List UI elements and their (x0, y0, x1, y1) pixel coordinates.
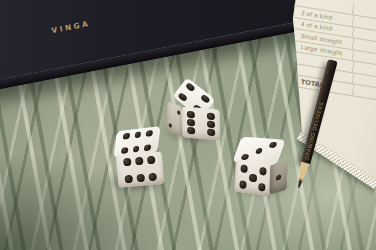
pip (133, 145, 140, 152)
pip (207, 120, 215, 128)
pip (187, 111, 195, 119)
pip (123, 158, 132, 167)
die-middle-left-face (167, 101, 183, 137)
pip (147, 156, 156, 165)
pip (121, 147, 128, 154)
pip (135, 157, 144, 166)
pip (255, 148, 263, 155)
pip (136, 174, 145, 183)
pip (269, 142, 277, 149)
pip (258, 183, 266, 192)
pip (134, 132, 141, 139)
pip (207, 112, 215, 120)
tabletop-scene: VINGA 3 of a kind4 of a kindSmall straig… (0, 0, 376, 250)
pip (144, 144, 151, 151)
pip (125, 175, 134, 184)
pip (239, 181, 247, 190)
pip (259, 167, 267, 176)
pip (169, 123, 173, 128)
die-middle-right-face (182, 106, 221, 140)
box-brand-text: VINGA (51, 19, 91, 35)
die-left-front-face (116, 151, 165, 188)
pip (123, 133, 130, 140)
pip (249, 174, 257, 183)
pip (146, 130, 153, 137)
die-right-side-face (269, 161, 287, 195)
pip (207, 128, 215, 136)
pip (200, 94, 210, 104)
die-left (108, 126, 166, 190)
pip (187, 127, 195, 135)
pip (240, 164, 248, 173)
pencil-sharpened-tip (294, 161, 310, 189)
die-right-front-face (234, 160, 272, 197)
pip (241, 154, 249, 161)
pip (185, 82, 195, 92)
die-right (231, 136, 289, 198)
pip (177, 110, 181, 115)
pip (148, 173, 157, 182)
pip (276, 175, 280, 180)
die-middle (166, 82, 222, 142)
pip (187, 119, 195, 127)
pip (178, 92, 188, 102)
